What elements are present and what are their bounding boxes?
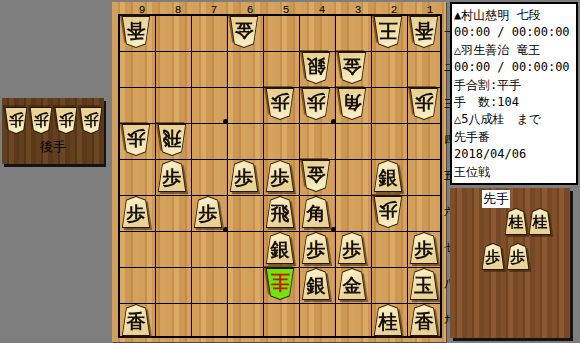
- square-2四[interactable]: [370, 122, 406, 158]
- square-7二[interactable]: [190, 50, 226, 86]
- gote-tray-label: 後手: [2, 138, 104, 156]
- square-3一[interactable]: [334, 14, 370, 50]
- square-6二[interactable]: [226, 50, 262, 86]
- square-2三[interactable]: [370, 86, 406, 122]
- piece-5六-飛[interactable]: 飛: [265, 196, 295, 228]
- hoshi-dot: [223, 119, 228, 124]
- square-8二[interactable]: [154, 50, 190, 86]
- square-6九[interactable]: [226, 302, 262, 338]
- square-7四[interactable]: [190, 122, 226, 158]
- square-5九[interactable]: [262, 302, 298, 338]
- square-4九[interactable]: [298, 302, 334, 338]
- handicap-type: 手合割:平手: [454, 77, 574, 94]
- square-9三[interactable]: [118, 86, 154, 122]
- piece-4八-銀[interactable]: 銀: [301, 268, 331, 300]
- piece-6一-金[interactable]: 金: [229, 16, 259, 48]
- piece-4七-歩[interactable]: 歩: [301, 232, 331, 264]
- square-4四[interactable]: [298, 122, 334, 158]
- piece-9六-歩[interactable]: 歩: [121, 196, 151, 228]
- sente-hand-piece-歩-3[interactable]: 歩: [481, 243, 505, 270]
- square-6六[interactable]: [226, 194, 262, 230]
- square-6八[interactable]: [226, 266, 262, 302]
- gote-hand-piece-歩-3[interactable]: 歩: [54, 107, 78, 134]
- tournament-name: 王位戦: [454, 164, 574, 181]
- square-9五[interactable]: [118, 158, 154, 194]
- piece-8五-歩[interactable]: 歩: [157, 160, 187, 192]
- piece-6五-歩[interactable]: 歩: [229, 160, 259, 192]
- piece-1九-香[interactable]: 香: [409, 304, 439, 336]
- piece-2五-銀[interactable]: 銀: [373, 160, 403, 192]
- piece-3八-金[interactable]: 金: [337, 268, 367, 300]
- hoshi-dot: [223, 227, 228, 232]
- piece-kanji: 歩: [5, 108, 27, 133]
- square-3四[interactable]: [334, 122, 370, 158]
- piece-3三-角[interactable]: 角: [337, 88, 367, 120]
- last-move: △5八成桂 まで: [454, 111, 574, 128]
- piece-1八-玉[interactable]: 玉: [409, 268, 439, 300]
- move-count: 手 数:104: [454, 94, 574, 111]
- square-2八[interactable]: [370, 266, 406, 302]
- square-7一[interactable]: [190, 14, 226, 50]
- square-8八[interactable]: [154, 266, 190, 302]
- sente-hand-piece-桂-1[interactable]: 桂: [504, 208, 528, 235]
- piece-1一-香[interactable]: 香: [409, 16, 439, 48]
- square-5二[interactable]: [262, 50, 298, 86]
- piece-7六-歩[interactable]: 歩: [193, 196, 223, 228]
- gote-hand-pieces: 歩歩歩歩: [2, 107, 104, 134]
- side-to-move: 先手番: [454, 129, 574, 146]
- square-1四[interactable]: [406, 122, 442, 158]
- square-3五[interactable]: [334, 158, 370, 194]
- square-9七[interactable]: [118, 230, 154, 266]
- game-info-panel: ▲村山慈明 七段 00:00 / 00:00:00 △羽生善治 竜王 00:00…: [450, 2, 578, 185]
- piece-1三-歩[interactable]: 歩: [409, 88, 439, 120]
- piece-2六-歩[interactable]: 歩: [373, 196, 403, 228]
- piece-5三-歩[interactable]: 歩: [265, 88, 295, 120]
- sente-hand-tray: 先手 桂桂歩歩: [450, 188, 570, 338]
- square-3六[interactable]: [334, 194, 370, 230]
- sente-player-name: ▲村山慈明 七段: [454, 7, 574, 24]
- square-9二[interactable]: [118, 50, 154, 86]
- piece-kanji: 歩: [55, 108, 77, 133]
- gote-hand-piece-歩-2[interactable]: 歩: [29, 107, 53, 134]
- piece-8四-飛[interactable]: 飛: [157, 124, 187, 156]
- square-5一[interactable]: [262, 14, 298, 50]
- piece-4五-金[interactable]: 金: [301, 160, 331, 192]
- hoshi-dot: [331, 119, 336, 124]
- square-9八[interactable]: [118, 266, 154, 302]
- gote-player-name: △羽生善治 竜王: [454, 42, 574, 59]
- square-8六[interactable]: [154, 194, 190, 230]
- square-2二[interactable]: [370, 50, 406, 86]
- square-8七[interactable]: [154, 230, 190, 266]
- piece-2九-桂[interactable]: 桂: [373, 304, 403, 336]
- square-3九[interactable]: [334, 302, 370, 338]
- piece-9一-香[interactable]: 香: [121, 16, 151, 48]
- piece-9九-香[interactable]: 香: [121, 304, 151, 336]
- square-7八[interactable]: [190, 266, 226, 302]
- sente-hand-piece-桂-2[interactable]: 桂: [528, 208, 552, 235]
- square-1六[interactable]: [406, 194, 442, 230]
- piece-kanji: 歩: [80, 108, 102, 133]
- gote-hand-piece-歩-1[interactable]: 歩: [4, 107, 28, 134]
- game-date: 2018/04/06: [454, 146, 574, 163]
- square-4一[interactable]: [298, 14, 334, 50]
- square-7三[interactable]: [190, 86, 226, 122]
- shogi-app-window: 9 8 7 6 5 4 3 2 1 一 二 三 四 五 六 七 八 九 香金王香…: [0, 0, 580, 343]
- piece-5八-圭[interactable]: 圭: [265, 268, 295, 300]
- piece-3七-歩[interactable]: 歩: [337, 232, 367, 264]
- gote-hand-tray: 歩歩歩歩 後手: [2, 98, 104, 164]
- square-6三[interactable]: [226, 86, 262, 122]
- sente-hand-piece-歩-4[interactable]: 歩: [506, 243, 530, 270]
- piece-4三-歩[interactable]: 歩: [301, 88, 331, 120]
- square-6七[interactable]: [226, 230, 262, 266]
- piece-5七-銀[interactable]: 銀: [265, 232, 295, 264]
- piece-9四-歩[interactable]: 歩: [121, 124, 151, 156]
- piece-4二-銀[interactable]: 銀: [301, 52, 331, 84]
- piece-4六-角[interactable]: 角: [301, 196, 331, 228]
- piece-5五-歩[interactable]: 歩: [265, 160, 295, 192]
- piece-2一-王[interactable]: 王: [373, 16, 403, 48]
- square-5四[interactable]: [262, 122, 298, 158]
- piece-kanji: 歩: [30, 108, 52, 133]
- square-8三[interactable]: [154, 86, 190, 122]
- square-8一[interactable]: [154, 14, 190, 50]
- gote-hand-piece-歩-4[interactable]: 歩: [79, 107, 103, 134]
- square-7五[interactable]: [190, 158, 226, 194]
- square-8九[interactable]: [154, 302, 190, 338]
- square-1二[interactable]: [406, 50, 442, 86]
- square-2七[interactable]: [370, 230, 406, 266]
- piece-3二-金[interactable]: 金: [337, 52, 367, 84]
- piece-1七-歩[interactable]: 歩: [409, 232, 439, 264]
- sente-tray-label: 先手: [482, 190, 510, 208]
- sente-clock: 00:00 / 00:00:00: [454, 24, 574, 41]
- square-6四[interactable]: [226, 122, 262, 158]
- gote-clock: 00:00 / 00:00:00: [454, 59, 574, 76]
- square-1五[interactable]: [406, 158, 442, 194]
- hoshi-dot: [331, 227, 336, 232]
- square-7七[interactable]: [190, 230, 226, 266]
- square-7九[interactable]: [190, 302, 226, 338]
